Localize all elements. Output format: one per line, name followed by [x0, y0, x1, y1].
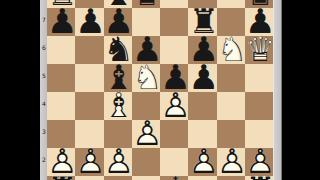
square-h1[interactable]: ♜♖ [245, 176, 273, 180]
piece-glyph-outline: ♗ [104, 91, 132, 119]
chess-board: ♜♝♛♚♟♟♟♜♟♞♟♟♞♘♛♕♝♞♘♟♟♝♗♟♙♟♙♟♙♟♙♟♙♟♙♟♙♟♙♜… [47, 0, 273, 180]
square-g8[interactable] [217, 0, 245, 8]
square-g1[interactable] [217, 176, 245, 180]
piece-glyph-outline: ♙ [104, 147, 132, 175]
piece-glyph-fill: ♟ [75, 7, 103, 35]
white-rook[interactable]: ♜♖ [47, 176, 75, 180]
board-frame-right [273, 0, 282, 180]
square-a6[interactable] [47, 36, 75, 64]
white-knight[interactable]: ♞♘ [217, 36, 245, 64]
square-b7[interactable]: ♟ [75, 8, 103, 36]
square-f2[interactable]: ♟♙ [188, 148, 216, 176]
square-g4[interactable] [217, 92, 245, 120]
square-d2[interactable] [132, 148, 160, 176]
square-a7[interactable]: ♟ [47, 8, 75, 36]
square-d3[interactable]: ♟♙ [132, 120, 160, 148]
black-pawn[interactable]: ♟ [47, 8, 75, 36]
square-g6[interactable]: ♞♘ [217, 36, 245, 64]
piece-glyph-fill: ♟ [47, 7, 75, 35]
square-g5[interactable] [217, 64, 245, 92]
piece-glyph-outline: ♖ [47, 175, 75, 180]
piece-glyph-outline: ♘ [132, 63, 160, 91]
white-knight[interactable]: ♞♘ [132, 64, 160, 92]
square-e3[interactable] [160, 120, 188, 148]
square-b4[interactable] [75, 92, 103, 120]
piece-glyph-fill: ♟ [188, 63, 216, 91]
white-bishop[interactable]: ♝♗ [104, 92, 132, 120]
square-c4[interactable]: ♝♗ [104, 92, 132, 120]
piece-glyph-outline: ♙ [75, 147, 103, 175]
square-b5[interactable] [75, 64, 103, 92]
white-pawn[interactable]: ♟♙ [132, 120, 160, 148]
square-e4[interactable]: ♟♙ [160, 92, 188, 120]
square-e1[interactable]: ♚♔ [160, 176, 188, 180]
piece-glyph-outline: ♙ [132, 119, 160, 147]
piece-glyph-outline: ♙ [217, 147, 245, 175]
square-a4[interactable] [47, 92, 75, 120]
square-d1[interactable] [132, 176, 160, 180]
square-c1[interactable] [104, 176, 132, 180]
black-pawn[interactable]: ♟ [75, 8, 103, 36]
white-queen[interactable]: ♛♕ [245, 36, 273, 64]
square-f1[interactable] [188, 176, 216, 180]
video-frame: 87654321 ♜♝♛♚♟♟♟♜♟♞♟♟♞♘♛♕♝♞♘♟♟♝♗♟♙♟♙♟♙♟♙… [0, 0, 320, 180]
square-g2[interactable]: ♟♙ [217, 148, 245, 176]
piece-glyph-outline: ♔ [160, 175, 188, 180]
white-pawn[interactable]: ♟♙ [217, 148, 245, 176]
white-king[interactable]: ♚♔ [160, 176, 188, 180]
piece-glyph-outline: ♙ [160, 91, 188, 119]
white-pawn[interactable]: ♟♙ [104, 148, 132, 176]
white-pawn[interactable]: ♟♙ [75, 148, 103, 176]
square-e7[interactable] [160, 8, 188, 36]
black-queen[interactable]: ♛ [132, 0, 160, 8]
square-h5[interactable] [245, 64, 273, 92]
square-h4[interactable] [245, 92, 273, 120]
piece-glyph-fill: ♛ [132, 0, 160, 7]
square-f5[interactable]: ♟ [188, 64, 216, 92]
square-c2[interactable]: ♟♙ [104, 148, 132, 176]
square-f4[interactable] [188, 92, 216, 120]
square-d5[interactable]: ♞♘ [132, 64, 160, 92]
piece-glyph-outline: ♖ [245, 175, 273, 180]
square-a5[interactable] [47, 64, 75, 92]
piece-glyph-outline: ♙ [188, 147, 216, 175]
white-pawn[interactable]: ♟♙ [188, 148, 216, 176]
black-pawn[interactable]: ♟ [188, 64, 216, 92]
piece-glyph-outline: ♘ [217, 35, 245, 63]
white-rook[interactable]: ♜♖ [245, 176, 273, 180]
white-pawn[interactable]: ♟♙ [160, 92, 188, 120]
piece-glyph-outline: ♕ [245, 35, 273, 63]
square-d8[interactable]: ♛ [132, 0, 160, 8]
square-b2[interactable]: ♟♙ [75, 148, 103, 176]
square-b6[interactable] [75, 36, 103, 64]
square-h6[interactable]: ♛♕ [245, 36, 273, 64]
square-a1[interactable]: ♜♖ [47, 176, 75, 180]
square-e8[interactable] [160, 0, 188, 8]
square-b1[interactable] [75, 176, 103, 180]
